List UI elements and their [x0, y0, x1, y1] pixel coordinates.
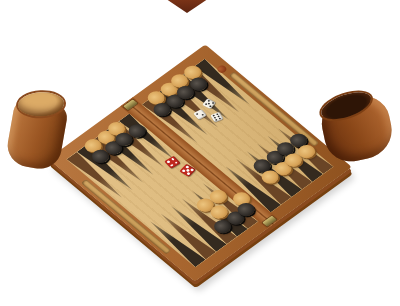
pip: [211, 102, 214, 104]
pip: [171, 158, 175, 161]
pip: [170, 164, 174, 167]
pip: [202, 114, 205, 116]
pip: [167, 160, 171, 163]
product-photo: [0, 0, 400, 306]
pip: [215, 119, 218, 121]
pip: [190, 168, 194, 171]
backgammon-board: [48, 44, 352, 281]
pip: [186, 172, 190, 175]
pip: [195, 113, 198, 115]
dice-cup-right: [317, 90, 397, 167]
pip: [208, 105, 211, 107]
pip: [174, 161, 178, 164]
pip: [219, 117, 222, 119]
pip: [182, 169, 186, 172]
board-perspective-wrapper: [48, 44, 352, 281]
closed-case-corner-fragment: [166, 0, 208, 13]
